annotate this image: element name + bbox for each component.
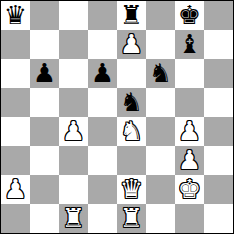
square-g6[interactable] [175, 59, 204, 88]
square-e7[interactable]: ♟ [117, 30, 146, 59]
white-pawn: ♟ [178, 117, 201, 146]
square-a8[interactable]: ♛ [1, 1, 30, 30]
square-g5[interactable] [175, 88, 204, 117]
square-b7[interactable] [30, 30, 59, 59]
white-king: ♚ [178, 175, 201, 204]
square-e2[interactable]: ♛ [117, 175, 146, 204]
square-b1[interactable] [30, 204, 59, 233]
square-a4[interactable] [1, 117, 30, 146]
white-pawn: ♟ [62, 117, 85, 146]
square-a5[interactable] [1, 88, 30, 117]
chess-board: ♛♜♚♟♝♟♟♞♞♟♞♟♟♟♛♚♜♜ [0, 0, 234, 234]
square-d3[interactable] [88, 146, 117, 175]
square-d5[interactable] [88, 88, 117, 117]
square-h1[interactable] [204, 204, 233, 233]
square-c6[interactable] [59, 59, 88, 88]
white-rook: ♜ [62, 204, 85, 233]
black-knight: ♞ [120, 88, 143, 117]
square-c1[interactable]: ♜ [59, 204, 88, 233]
square-a3[interactable] [1, 146, 30, 175]
square-g3[interactable]: ♟ [175, 146, 204, 175]
black-bishop: ♝ [178, 30, 201, 59]
square-a6[interactable] [1, 59, 30, 88]
square-f2[interactable] [146, 175, 175, 204]
square-c4[interactable]: ♟ [59, 117, 88, 146]
white-knight: ♞ [120, 117, 143, 146]
square-c8[interactable] [59, 1, 88, 30]
white-pawn: ♟ [4, 175, 27, 204]
square-e6[interactable] [117, 59, 146, 88]
square-c7[interactable] [59, 30, 88, 59]
square-b6[interactable]: ♟ [30, 59, 59, 88]
square-a1[interactable] [1, 204, 30, 233]
square-g2[interactable]: ♚ [175, 175, 204, 204]
square-e8[interactable]: ♜ [117, 1, 146, 30]
square-d2[interactable] [88, 175, 117, 204]
square-c2[interactable] [59, 175, 88, 204]
square-f5[interactable] [146, 88, 175, 117]
white-rook: ♜ [120, 204, 143, 233]
black-knight: ♞ [149, 59, 172, 88]
square-b3[interactable] [30, 146, 59, 175]
square-d6[interactable]: ♟ [88, 59, 117, 88]
square-g1[interactable] [175, 204, 204, 233]
square-c5[interactable] [59, 88, 88, 117]
square-b8[interactable] [30, 1, 59, 30]
square-h8[interactable] [204, 1, 233, 30]
black-king: ♚ [178, 1, 201, 30]
square-h6[interactable] [204, 59, 233, 88]
black-pawn: ♟ [33, 59, 56, 88]
black-pawn: ♟ [91, 59, 114, 88]
square-b5[interactable] [30, 88, 59, 117]
square-d1[interactable] [88, 204, 117, 233]
square-c3[interactable] [59, 146, 88, 175]
square-h3[interactable] [204, 146, 233, 175]
square-a2[interactable]: ♟ [1, 175, 30, 204]
square-g4[interactable]: ♟ [175, 117, 204, 146]
square-b4[interactable] [30, 117, 59, 146]
square-d4[interactable] [88, 117, 117, 146]
square-e4[interactable]: ♞ [117, 117, 146, 146]
square-h2[interactable] [204, 175, 233, 204]
square-f8[interactable] [146, 1, 175, 30]
square-a7[interactable] [1, 30, 30, 59]
square-h5[interactable] [204, 88, 233, 117]
square-h4[interactable] [204, 117, 233, 146]
square-f6[interactable]: ♞ [146, 59, 175, 88]
square-e3[interactable] [117, 146, 146, 175]
square-h7[interactable] [204, 30, 233, 59]
square-b2[interactable] [30, 175, 59, 204]
square-f7[interactable] [146, 30, 175, 59]
square-g7[interactable]: ♝ [175, 30, 204, 59]
black-queen: ♛ [4, 1, 27, 30]
square-e1[interactable]: ♜ [117, 204, 146, 233]
square-f3[interactable] [146, 146, 175, 175]
white-pawn: ♟ [120, 30, 143, 59]
square-f1[interactable] [146, 204, 175, 233]
square-d8[interactable] [88, 1, 117, 30]
black-rook: ♜ [120, 1, 143, 30]
square-e5[interactable]: ♞ [117, 88, 146, 117]
square-g8[interactable]: ♚ [175, 1, 204, 30]
square-d7[interactable] [88, 30, 117, 59]
square-f4[interactable] [146, 117, 175, 146]
white-queen: ♛ [120, 175, 143, 204]
white-pawn: ♟ [178, 146, 201, 175]
